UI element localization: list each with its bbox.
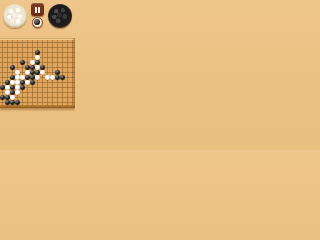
- board-cell-3-12[interactable]: [15, 100, 20, 105]
- pause-icon: [35, 7, 41, 13]
- black-stone: [30, 80, 35, 85]
- white-stone-bowl: [3, 4, 27, 28]
- board-cell-6-8[interactable]: [30, 80, 35, 85]
- black-stone: [20, 85, 25, 90]
- black-stone: [60, 75, 65, 80]
- pause-button[interactable]: [31, 3, 44, 16]
- turn-indicator-stone-icon: [34, 19, 40, 25]
- black-stone: [15, 100, 20, 105]
- white-stone: [40, 70, 45, 75]
- white-stone: [35, 75, 40, 80]
- board-cell-12-7[interactable]: [60, 75, 65, 80]
- board-cell-7-7[interactable]: [35, 75, 40, 80]
- black-stone: [20, 60, 25, 65]
- gomoku-app-screen: { "game": { "name": "Gomoku (Five in a R…: [0, 0, 75, 150]
- top-tray: [0, 0, 75, 38]
- board-cell-4-9[interactable]: [20, 85, 25, 90]
- board-cell-3-10[interactable]: [15, 90, 20, 95]
- board-right-edge: [72, 38, 75, 108]
- black-stone-bowl: [48, 4, 72, 28]
- board-cell-4-4[interactable]: [20, 60, 25, 65]
- board-cell-2-5[interactable]: [10, 65, 15, 70]
- white-stone: [15, 90, 20, 95]
- board-cell-8-6[interactable]: [40, 70, 45, 75]
- turn-indicator: [32, 17, 43, 28]
- board-grid[interactable]: [0, 40, 75, 105]
- gomoku-board[interactable]: [0, 38, 75, 108]
- black-stone: [10, 65, 15, 70]
- board-bottom-edge: [0, 105, 75, 108]
